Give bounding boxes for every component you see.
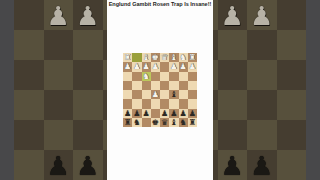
black-pawn-icon: ♟ <box>142 109 151 118</box>
black-pawn-icon: ♟ <box>123 109 132 118</box>
background-board-left: ♟♟♝♟♟ <box>14 0 107 180</box>
square-h1[interactable]: ♜ <box>123 53 132 62</box>
square-a6[interactable] <box>188 99 197 108</box>
background-white-pawn-icon: ♟ <box>73 0 103 30</box>
square-f4[interactable] <box>142 81 151 90</box>
background-square <box>44 60 74 90</box>
white-pawn-icon: ♟ <box>151 90 160 99</box>
black-bishop-icon: ♝ <box>169 90 178 99</box>
square-h3[interactable] <box>123 72 132 81</box>
square-c7[interactable]: ♟ <box>169 109 178 118</box>
video-frame: ♟♟♝♟♟ ♟♟♟♟ Englund Gambit Rosen Trap Is … <box>0 0 320 180</box>
chess-board: ♜♝♚♛♝♞♜♟♟♟♟♟♟♟♞♟♝♟♟♟♟♟♟♟♜♞♚♛♝♞♜ <box>123 53 197 127</box>
background-black-pawn-icon: ♟ <box>247 150 277 180</box>
square-g1[interactable] <box>132 53 141 62</box>
square-e6[interactable] <box>151 99 160 108</box>
black-pawn-icon: ♟ <box>132 109 141 118</box>
square-b5[interactable] <box>179 90 188 99</box>
background-square <box>14 30 44 60</box>
video-title: Englund Gambit Rosen Trap Is Insane!! <box>107 1 213 8</box>
square-b6[interactable] <box>179 99 188 108</box>
background-square <box>44 30 74 60</box>
square-d7[interactable]: ♟ <box>160 109 169 118</box>
square-f3[interactable]: ♞ <box>142 72 151 81</box>
square-d6[interactable] <box>160 99 169 108</box>
white-knight-icon: ♞ <box>142 72 151 81</box>
black-pawn-icon: ♟ <box>188 109 197 118</box>
background-square <box>277 150 307 180</box>
black-knight-icon: ♞ <box>179 118 188 127</box>
white-rook-icon: ♜ <box>188 53 197 62</box>
white-pawn-icon: ♟ <box>123 62 132 71</box>
white-rook-icon: ♜ <box>123 53 132 62</box>
background-white-pawn-icon: ♟ <box>247 0 277 30</box>
square-c5[interactable]: ♝ <box>169 90 178 99</box>
square-a2[interactable]: ♟ <box>188 62 197 71</box>
background-square <box>218 30 248 60</box>
square-c1[interactable]: ♝ <box>169 53 178 62</box>
background-square <box>277 0 307 30</box>
white-pawn-icon: ♟ <box>132 62 141 71</box>
black-knight-icon: ♞ <box>132 118 141 127</box>
square-d4[interactable] <box>160 81 169 90</box>
square-g8[interactable]: ♞ <box>132 118 141 127</box>
square-f1[interactable]: ♝ <box>142 53 151 62</box>
background-square <box>44 120 74 150</box>
background-square <box>73 30 103 60</box>
square-c3[interactable] <box>169 72 178 81</box>
square-f2[interactable]: ♟ <box>142 62 151 71</box>
square-g6[interactable] <box>132 99 141 108</box>
square-a3[interactable] <box>188 72 197 81</box>
square-h6[interactable] <box>123 99 132 108</box>
square-e1[interactable]: ♚ <box>151 53 160 62</box>
square-d2[interactable] <box>160 62 169 71</box>
square-a1[interactable]: ♜ <box>188 53 197 62</box>
square-a4[interactable] <box>188 81 197 90</box>
square-g5[interactable] <box>132 90 141 99</box>
background-square <box>247 90 277 120</box>
square-c2[interactable]: ♟ <box>169 62 178 71</box>
black-rook-icon: ♜ <box>188 118 197 127</box>
square-f7[interactable]: ♟ <box>142 109 151 118</box>
background-square <box>218 120 248 150</box>
black-pawn-icon: ♟ <box>169 109 178 118</box>
square-e8[interactable]: ♚ <box>151 118 160 127</box>
square-h5[interactable] <box>123 90 132 99</box>
square-d5[interactable] <box>160 90 169 99</box>
background-square <box>247 30 277 60</box>
background-square <box>44 90 74 120</box>
background-square <box>14 120 44 150</box>
black-rook-icon: ♜ <box>123 118 132 127</box>
square-d8[interactable]: ♛ <box>160 118 169 127</box>
background-square <box>277 90 307 120</box>
square-e2[interactable]: ♟ <box>151 62 160 71</box>
background-square <box>277 60 307 90</box>
white-pawn-icon: ♟ <box>151 62 160 71</box>
video-content-strip: Englund Gambit Rosen Trap Is Insane!! ♜♝… <box>107 0 213 180</box>
background-black-pawn-icon: ♟ <box>44 150 74 180</box>
background-square <box>14 60 44 90</box>
square-a7[interactable]: ♟ <box>188 109 197 118</box>
square-c8[interactable]: ♝ <box>169 118 178 127</box>
square-d1[interactable]: ♛ <box>160 53 169 62</box>
square-b4[interactable] <box>179 81 188 90</box>
square-f6[interactable] <box>142 99 151 108</box>
square-c6[interactable] <box>169 99 178 108</box>
square-h4[interactable] <box>123 81 132 90</box>
black-pawn-icon: ♟ <box>179 109 188 118</box>
square-b3[interactable] <box>179 72 188 81</box>
white-king-icon: ♚ <box>151 53 160 62</box>
white-queen-icon: ♛ <box>160 53 169 62</box>
background-square <box>218 90 248 120</box>
black-pawn-icon: ♟ <box>160 109 169 118</box>
square-g7[interactable]: ♟ <box>132 109 141 118</box>
background-square <box>247 60 277 90</box>
background-square <box>14 0 44 30</box>
white-pawn-icon: ♟ <box>142 62 151 71</box>
background-square <box>277 30 307 60</box>
square-g4[interactable] <box>132 81 141 90</box>
square-a5[interactable] <box>188 90 197 99</box>
background-square <box>14 150 44 180</box>
background-square <box>73 90 103 120</box>
background-square <box>218 60 248 90</box>
square-h2[interactable]: ♟ <box>123 62 132 71</box>
white-pawn-icon: ♟ <box>188 62 197 71</box>
square-e3[interactable] <box>151 72 160 81</box>
square-f5[interactable] <box>142 90 151 99</box>
white-knight-icon: ♞ <box>179 53 188 62</box>
background-square <box>247 120 277 150</box>
white-pawn-icon: ♟ <box>179 62 188 71</box>
background-square <box>14 90 44 120</box>
square-h7[interactable]: ♟ <box>123 109 132 118</box>
background-square <box>73 60 103 90</box>
square-b2[interactable]: ♟ <box>179 62 188 71</box>
background-white-pawn-icon: ♟ <box>218 0 248 30</box>
background-square <box>73 120 103 150</box>
background-board-right: ♟♟♟♟ <box>213 0 306 180</box>
square-g2[interactable]: ♟ <box>132 62 141 71</box>
white-bishop-icon: ♝ <box>169 53 178 62</box>
background-black-pawn-icon: ♟ <box>73 150 103 180</box>
square-b7[interactable]: ♟ <box>179 109 188 118</box>
square-c4[interactable] <box>169 81 178 90</box>
black-queen-icon: ♛ <box>160 118 169 127</box>
square-e5[interactable]: ♟ <box>151 90 160 99</box>
background-white-pawn-icon: ♟ <box>44 0 74 30</box>
black-bishop-icon: ♝ <box>169 118 178 127</box>
background-square <box>277 120 307 150</box>
square-h8[interactable]: ♜ <box>123 118 132 127</box>
square-g3[interactable] <box>132 72 141 81</box>
square-e7[interactable] <box>151 109 160 118</box>
square-a8[interactable]: ♜ <box>188 118 197 127</box>
black-king-icon: ♚ <box>151 118 160 127</box>
background-black-pawn-icon: ♟ <box>218 150 248 180</box>
square-f8[interactable] <box>142 118 151 127</box>
white-bishop-icon: ♝ <box>142 53 151 62</box>
square-b8[interactable]: ♞ <box>179 118 188 127</box>
white-pawn-icon: ♟ <box>169 62 178 71</box>
square-e4[interactable] <box>151 81 160 90</box>
square-b1[interactable]: ♞ <box>179 53 188 62</box>
square-d3[interactable] <box>160 72 169 81</box>
